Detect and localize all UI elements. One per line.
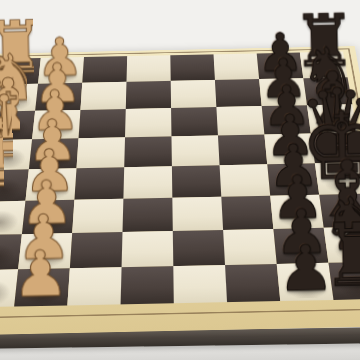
square-c5[interactable] xyxy=(171,107,218,136)
square-b5[interactable] xyxy=(171,80,217,108)
square-e3[interactable] xyxy=(74,167,124,200)
square-a4[interactable] xyxy=(126,55,170,82)
square-b4[interactable] xyxy=(126,81,171,109)
square-e5[interactable] xyxy=(172,165,221,197)
square-a3[interactable] xyxy=(82,56,127,83)
square-f4[interactable] xyxy=(122,198,172,232)
square-h3[interactable] xyxy=(67,267,121,305)
board-grid: ♜♟♟♜♞♟♟♞♝♟♟♝♛♟♟♛♚♟♟♚♝♟♟♝♞♟♟♞♜♟♟♜ xyxy=(0,52,360,308)
square-f5[interactable] xyxy=(172,197,223,231)
square-e4[interactable] xyxy=(123,166,172,199)
square-g5[interactable] xyxy=(173,230,225,266)
square-c6[interactable] xyxy=(216,106,264,135)
square-h2[interactable]: ♟ xyxy=(14,268,70,306)
chess-board: ♜♟♟♜♞♟♟♞♝♟♟♝♛♟♟♛♚♟♟♚♝♟♟♝♞♟♟♞♜♟♟♜ xyxy=(0,46,360,336)
black-pawn[interactable]: ♟ xyxy=(277,238,335,297)
square-a6[interactable] xyxy=(214,53,260,80)
square-h7[interactable]: ♟ xyxy=(277,263,334,301)
square-f3[interactable] xyxy=(72,199,123,233)
square-b3[interactable] xyxy=(80,82,126,110)
square-d5[interactable] xyxy=(171,135,219,166)
board-frame: ♜♟♟♜♞♟♟♞♝♟♟♝♛♟♟♛♚♟♟♚♝♟♟♝♞♟♟♞♜♟♟♜ xyxy=(0,46,360,336)
square-d3[interactable] xyxy=(77,137,125,168)
square-c4[interactable] xyxy=(125,108,171,137)
square-d4[interactable] xyxy=(124,136,172,167)
square-f6[interactable] xyxy=(221,196,273,230)
white-pawn[interactable]: ♟ xyxy=(12,243,70,302)
square-g3[interactable] xyxy=(70,232,123,268)
square-b6[interactable] xyxy=(215,79,262,107)
chess-set-photo: ♜♟♟♜♞♟♟♞♝♟♟♝♛♟♟♛♚♟♟♚♝♟♟♝♞♟♟♞♜♟♟♜ xyxy=(0,0,360,360)
square-a5[interactable] xyxy=(170,54,215,81)
square-c3[interactable] xyxy=(79,109,126,138)
square-g4[interactable] xyxy=(122,231,174,267)
square-e6[interactable] xyxy=(220,164,271,196)
square-h6[interactable] xyxy=(225,264,280,302)
square-h4[interactable] xyxy=(121,266,174,304)
square-d6[interactable] xyxy=(218,134,267,165)
perspective-wrapper: ♜♟♟♜♞♟♟♞♝♟♟♝♛♟♟♛♚♟♟♚♝♟♟♝♞♟♟♞♜♟♟♜ xyxy=(0,0,360,360)
square-g6[interactable] xyxy=(223,229,277,265)
square-h5[interactable] xyxy=(173,265,227,303)
